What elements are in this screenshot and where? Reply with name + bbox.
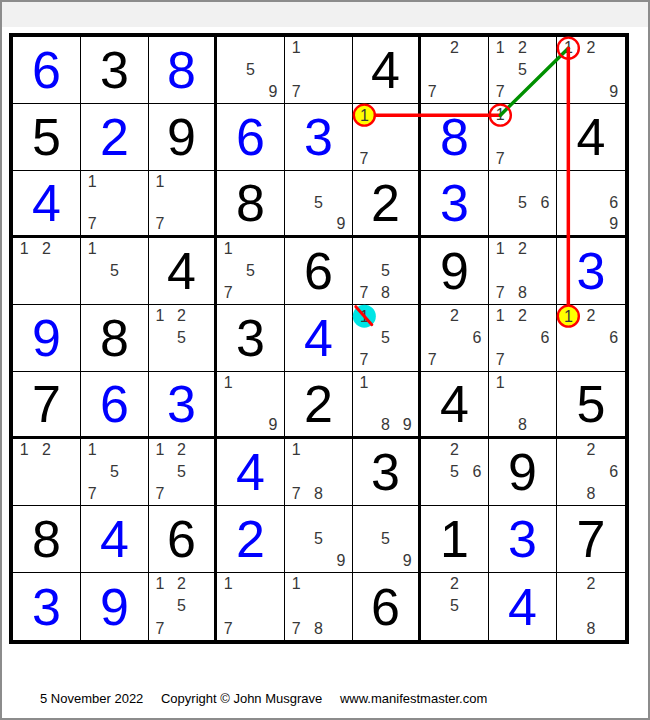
cell-r6c2[interactable]: 6	[81, 372, 149, 439]
cell-r5c3[interactable]: 125	[149, 305, 217, 372]
candidate-digit: 9	[396, 415, 418, 436]
page: 6385917427125712952963178174417178592356…	[0, 0, 650, 720]
cell-r8c9[interactable]: 7	[557, 506, 625, 573]
given-digit: 4	[421, 372, 488, 436]
candidate-digit: 7	[81, 214, 103, 235]
candidate-digit: 6	[534, 192, 556, 213]
candidate-grid: 1278	[489, 238, 556, 304]
candidate-digit: 7	[421, 81, 443, 103]
candidate-digit: 6	[466, 461, 488, 483]
given-digit: 8	[13, 506, 80, 572]
candidate-digit: 5	[511, 59, 533, 81]
cell-r5c5[interactable]: 4	[285, 305, 353, 372]
candidate-digit: 7	[489, 148, 511, 170]
cell-r9c2[interactable]: 9	[81, 573, 149, 640]
cell-r3c5[interactable]: 59	[285, 171, 353, 238]
candidate-digit: 8	[307, 618, 329, 640]
cell-r6c8[interactable]: 18	[489, 372, 557, 439]
candidate-digit: 8	[375, 282, 397, 304]
candidate-digit: 5	[443, 461, 465, 483]
given-digit: 7	[557, 506, 625, 572]
candidate-digit: 7	[149, 483, 171, 505]
given-digit: 2	[285, 372, 352, 436]
cell-r4c9[interactable]: 3	[557, 238, 625, 305]
candidate-digit: 5	[375, 260, 397, 282]
cell-r8c1[interactable]: 8	[13, 506, 81, 573]
footer: 5 November 2022 Copyright © John Musgrav…	[40, 691, 501, 706]
candidate-digit: 1	[149, 171, 171, 192]
candidate-digit: 6	[602, 192, 625, 213]
candidate-digit: 2	[171, 305, 193, 327]
cell-r5c4[interactable]: 3	[217, 305, 285, 372]
cell-r3c6[interactable]: 2	[353, 171, 421, 238]
candidate-digit: 2	[511, 37, 533, 59]
cell-r6c3[interactable]: 3	[149, 372, 217, 439]
solved-digit: 9	[81, 573, 148, 640]
candidate-grid: 189	[353, 372, 418, 436]
candidate-digit: 1	[81, 238, 103, 260]
given-digit: 8	[81, 305, 148, 371]
given-digit: 9	[149, 104, 214, 170]
cell-r3c9[interactable]: 69	[557, 171, 625, 238]
candidate-digit: 5	[171, 595, 193, 617]
candidate-digit: 7	[489, 282, 511, 304]
cell-r2c5[interactable]: 3	[285, 104, 353, 171]
cell-r7c9[interactable]: 268	[557, 439, 625, 506]
cell-r7c7[interactable]: 256	[421, 439, 489, 506]
cell-r8c7[interactable]: 1	[421, 506, 489, 573]
candidate-digit: 7	[285, 81, 307, 103]
candidate-grid: 15	[81, 238, 148, 304]
candidate-digit: 2	[171, 573, 193, 595]
candidate-digit: 1	[149, 305, 171, 327]
candidate-grid: 1267	[489, 305, 556, 371]
solved-digit: 4	[81, 506, 148, 572]
cell-r1c8[interactable]: 1257	[489, 37, 557, 104]
candidate-digit: 5	[103, 260, 125, 282]
candidate-digit: 1	[285, 573, 307, 595]
cell-r8c3[interactable]: 6	[149, 506, 217, 573]
cell-r1c6[interactable]: 4	[353, 37, 421, 104]
candidate-digit: 2	[443, 37, 465, 59]
cell-r8c8[interactable]: 3	[489, 506, 557, 573]
candidate-digit: 7	[217, 618, 239, 640]
candidate-grid: 157	[217, 238, 284, 304]
cell-r6c9[interactable]: 5	[557, 372, 625, 439]
given-digit: 9	[421, 238, 488, 304]
candidate-digit: 1	[353, 372, 375, 393]
given-digit: 8	[217, 171, 284, 235]
cell-r8c4[interactable]: 2	[217, 506, 285, 573]
cell-r2c1[interactable]: 5	[13, 104, 81, 171]
candidate-digit: 7	[285, 483, 307, 505]
candidate-digit: 1	[489, 238, 511, 260]
cell-r3c1[interactable]: 4	[13, 171, 81, 238]
solved-digit: 3	[557, 238, 625, 304]
given-digit: 2	[353, 171, 418, 235]
candidate-grid: 17	[353, 104, 418, 170]
cell-r5c1[interactable]: 9	[13, 305, 81, 372]
cell-r9c8[interactable]: 4	[489, 573, 557, 640]
sudoku-board: 6385917427125712952963178174417178592356…	[9, 33, 629, 644]
candidate-grid: 17	[489, 104, 556, 170]
candidate-grid: 56	[489, 171, 556, 235]
candidate-digit: 9	[396, 550, 418, 572]
candidate-digit: 7	[489, 81, 511, 103]
candidate-digit: 1	[13, 439, 35, 461]
candidate-grid: 157	[81, 439, 148, 505]
candidate-digit: 7	[217, 282, 239, 304]
candidate-digit: 6	[534, 327, 556, 349]
candidate-digit: 2	[35, 238, 57, 260]
candidate-grid: 1257	[149, 573, 214, 640]
candidate-digit: 1	[285, 439, 307, 461]
candidate-grid: 17	[217, 573, 284, 640]
candidate-digit: 2	[511, 305, 533, 327]
cell-r3c7[interactable]: 3	[421, 171, 489, 238]
candidate-digit: 5	[511, 192, 533, 213]
solved-digit: 4	[489, 573, 556, 640]
candidate-grid: 59	[217, 37, 284, 103]
candidate-digit: 1	[285, 37, 307, 59]
solved-digit: 3	[13, 573, 80, 640]
solved-digit: 3	[285, 104, 352, 170]
cell-r9c5[interactable]: 178	[285, 573, 353, 640]
candidate-digit: 5	[307, 528, 329, 550]
solved-digit: 6	[13, 37, 80, 103]
candidate-digit: 8	[580, 483, 603, 505]
candidate-digit: 8	[307, 483, 329, 505]
candidate-digit: 8	[511, 282, 533, 304]
candidate-digit: 7	[353, 148, 375, 170]
candidate-digit: 1	[149, 573, 171, 595]
cell-r1c1[interactable]: 6	[13, 37, 81, 104]
cell-r7c8[interactable]: 9	[489, 439, 557, 506]
candidate-digit: 2	[35, 439, 57, 461]
candidate-digit: 5	[443, 595, 465, 617]
given-digit: 7	[13, 372, 80, 436]
candidate-grid: 178	[285, 573, 352, 640]
candidate-grid: 69	[557, 171, 625, 235]
given-digit: 4	[149, 238, 214, 304]
candidate-grid: 256	[421, 439, 488, 505]
given-digit: 9	[489, 439, 556, 505]
candidate-digit: 1	[557, 305, 580, 327]
cell-r4c5[interactable]: 6	[285, 238, 353, 305]
candidate-digit: 1	[81, 171, 103, 192]
candidate-grid: 125	[149, 305, 214, 371]
solved-digit: 2	[81, 104, 148, 170]
candidate-digit: 1	[489, 305, 511, 327]
candidate-digit: 1	[217, 238, 239, 260]
candidate-grid: 25	[421, 573, 488, 640]
candidate-digit: 7	[353, 282, 375, 304]
given-digit: 5	[13, 104, 80, 170]
cell-r4c3[interactable]: 4	[149, 238, 217, 305]
candidate-digit: 7	[421, 349, 443, 371]
given-digit: 6	[285, 238, 352, 304]
cell-r7c1[interactable]: 12	[13, 439, 81, 506]
cell-r9c4[interactable]: 17	[217, 573, 285, 640]
cell-r5c2[interactable]: 8	[81, 305, 149, 372]
candidate-digit: 2	[580, 37, 603, 59]
footer-website: www.manifestmaster.com	[340, 691, 487, 706]
window-top-bar	[2, 2, 648, 27]
cell-r6c7[interactable]: 4	[421, 372, 489, 439]
candidate-digit: 7	[489, 349, 511, 371]
candidate-grid: 578	[353, 238, 418, 304]
cell-r4c1[interactable]: 12	[13, 238, 81, 305]
candidate-grid: 17	[149, 171, 214, 235]
candidate-digit: 1	[13, 238, 35, 260]
candidate-digit: 2	[580, 573, 603, 595]
cell-r1c9[interactable]: 129	[557, 37, 625, 104]
cell-r6c1[interactable]: 7	[13, 372, 81, 439]
solved-digit: 6	[81, 372, 148, 436]
candidate-digit: 9	[330, 550, 352, 572]
candidate-digit: 7	[81, 483, 103, 505]
candidate-grid: 126	[557, 305, 625, 371]
cell-r3c8[interactable]: 56	[489, 171, 557, 238]
cell-r6c4[interactable]: 19	[217, 372, 285, 439]
candidate-digit: 9	[330, 214, 352, 235]
candidate-grid: 17	[81, 171, 148, 235]
candidate-digit: 1	[149, 439, 171, 461]
solved-digit: 3	[489, 506, 556, 572]
given-digit: 5	[557, 372, 625, 436]
candidate-digit: 5	[171, 461, 193, 483]
candidate-grid: 268	[557, 439, 625, 505]
cell-r4c7[interactable]: 9	[421, 238, 489, 305]
solved-digit: 4	[217, 439, 284, 505]
solved-digit: 9	[13, 305, 80, 371]
candidate-digit: 5	[171, 327, 193, 349]
cell-r1c7[interactable]: 27	[421, 37, 489, 104]
candidate-digit: 2	[443, 439, 465, 461]
candidate-digit: 9	[602, 214, 625, 235]
candidate-grid: 129	[557, 37, 625, 103]
candidate-grid: 59	[285, 171, 352, 235]
cell-r3c3[interactable]: 17	[149, 171, 217, 238]
candidate-grid: 178	[285, 439, 352, 505]
cell-r9c1[interactable]: 3	[13, 573, 81, 640]
cell-r5c9[interactable]: 126	[557, 305, 625, 372]
candidate-digit: 1	[353, 305, 375, 327]
cell-r2c7[interactable]: 8	[421, 104, 489, 171]
candidate-digit: 6	[466, 327, 488, 349]
cell-r2c2[interactable]: 2	[81, 104, 149, 171]
candidate-digit: 2	[443, 305, 465, 327]
candidate-digit: 8	[580, 618, 603, 640]
solved-digit: 4	[285, 305, 352, 371]
solved-digit: 3	[149, 372, 214, 436]
given-digit: 4	[557, 104, 625, 170]
candidate-digit: 2	[580, 439, 603, 461]
cell-r2c8[interactable]: 17	[489, 104, 557, 171]
cell-r6c6[interactable]: 189	[353, 372, 421, 439]
cell-r1c5[interactable]: 17	[285, 37, 353, 104]
candidate-digit: 5	[239, 59, 261, 81]
candidate-grid: 18	[489, 372, 556, 436]
cell-r8c6[interactable]: 59	[353, 506, 421, 573]
solved-digit: 2	[217, 506, 284, 572]
cell-r2c4[interactable]: 6	[217, 104, 285, 171]
candidate-digit: 5	[239, 260, 261, 282]
candidate-grid: 17	[285, 37, 352, 103]
candidate-digit: 1	[81, 439, 103, 461]
candidate-digit: 9	[602, 81, 625, 103]
given-digit: 3	[353, 439, 418, 505]
solved-digit: 6	[217, 104, 284, 170]
candidate-digit: 5	[103, 461, 125, 483]
cell-r4c4[interactable]: 157	[217, 238, 285, 305]
candidate-grid: 157	[353, 305, 418, 371]
candidate-grid: 12	[13, 238, 80, 304]
candidate-grid: 19	[217, 372, 284, 436]
cell-r1c3[interactable]: 8	[149, 37, 217, 104]
candidate-grid: 59	[285, 506, 352, 572]
cell-r9c9[interactable]: 28	[557, 573, 625, 640]
given-digit: 1	[421, 506, 488, 572]
candidate-digit: 2	[171, 439, 193, 461]
cell-r4c2[interactable]: 15	[81, 238, 149, 305]
candidate-digit: 7	[149, 618, 171, 640]
given-digit: 6	[353, 573, 418, 640]
cell-r9c3[interactable]: 1257	[149, 573, 217, 640]
candidate-digit: 9	[262, 415, 284, 436]
footer-date: 5 November 2022	[40, 691, 143, 706]
candidate-digit: 6	[602, 327, 625, 349]
cell-r1c4[interactable]: 59	[217, 37, 285, 104]
candidate-grid: 1257	[489, 37, 556, 103]
candidate-digit: 2	[443, 573, 465, 595]
candidate-digit: 2	[511, 238, 533, 260]
cell-r3c2[interactable]: 17	[81, 171, 149, 238]
solved-digit: 3	[421, 171, 488, 235]
cell-r4c8[interactable]: 1278	[489, 238, 557, 305]
candidate-digit: 5	[375, 327, 397, 349]
cell-r7c6[interactable]: 3	[353, 439, 421, 506]
candidate-grid: 12	[13, 439, 80, 505]
candidate-digit: 5	[307, 192, 329, 213]
given-digit: 3	[217, 305, 284, 371]
given-digit: 3	[81, 37, 148, 103]
candidate-digit: 7	[149, 214, 171, 235]
cell-r4c6[interactable]: 578	[353, 238, 421, 305]
cell-r9c7[interactable]: 25	[421, 573, 489, 640]
candidate-grid: 27	[421, 37, 488, 103]
cell-r5c8[interactable]: 1267	[489, 305, 557, 372]
cell-r5c6[interactable]: 157	[353, 305, 421, 372]
cell-r2c6[interactable]: 17	[353, 104, 421, 171]
candidate-digit: 1	[557, 37, 580, 59]
candidate-digit: 5	[375, 528, 397, 550]
candidate-grid: 267	[421, 305, 488, 371]
candidate-digit: 8	[375, 415, 397, 436]
candidate-grid: 28	[557, 573, 625, 640]
cell-r5c7[interactable]: 267	[421, 305, 489, 372]
cell-r7c3[interactable]: 1257	[149, 439, 217, 506]
cell-r7c2[interactable]: 157	[81, 439, 149, 506]
solved-digit: 8	[149, 37, 214, 103]
cell-r6c5[interactable]: 2	[285, 372, 353, 439]
cell-r2c3[interactable]: 9	[149, 104, 217, 171]
candidate-digit: 1	[353, 104, 375, 126]
cell-r3c4[interactable]: 8	[217, 171, 285, 238]
cell-r1c2[interactable]: 3	[81, 37, 149, 104]
given-digit: 4	[353, 37, 418, 103]
cell-r8c2[interactable]: 4	[81, 506, 149, 573]
cell-r9c6[interactable]: 6	[353, 573, 421, 640]
candidate-digit: 1	[489, 372, 511, 393]
candidate-digit: 9	[262, 81, 284, 103]
solved-digit: 4	[13, 171, 80, 235]
candidate-digit: 6	[602, 461, 625, 483]
candidate-digit: 2	[580, 305, 603, 327]
cell-r2c9[interactable]: 4	[557, 104, 625, 171]
cell-r8c5[interactable]: 59	[285, 506, 353, 573]
candidate-grid: 1257	[149, 439, 214, 505]
candidate-digit: 7	[353, 349, 375, 371]
candidate-digit: 1	[217, 573, 239, 595]
footer-copyright: Copyright © John Musgrave	[161, 691, 322, 706]
candidate-digit: 8	[511, 415, 533, 436]
cell-r7c4[interactable]: 4	[217, 439, 285, 506]
candidate-digit: 7	[285, 618, 307, 640]
candidate-digit: 1	[217, 372, 239, 393]
candidate-grid: 59	[353, 506, 418, 572]
cell-r7c5[interactable]: 178	[285, 439, 353, 506]
solved-digit: 8	[421, 104, 488, 170]
given-digit: 6	[149, 506, 214, 572]
candidate-digit: 1	[489, 37, 511, 59]
candidate-digit: 1	[489, 104, 511, 126]
